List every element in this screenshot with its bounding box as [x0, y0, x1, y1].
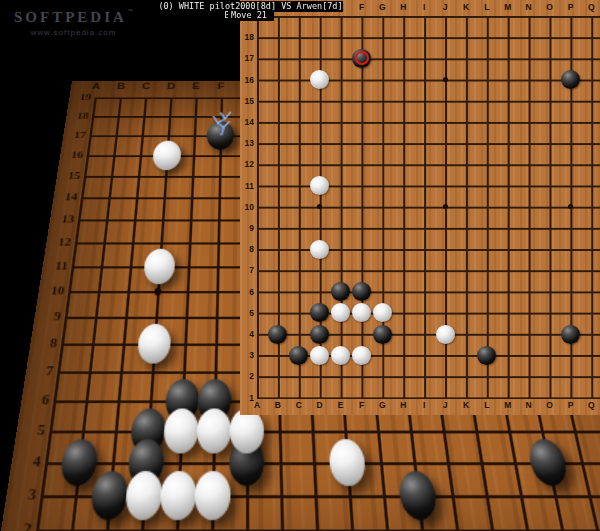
- top-coord-M: M: [501, 2, 515, 12]
- row-coord-5: 5: [240, 308, 254, 318]
- move-counter-line: Move 21: [143, 11, 355, 20]
- stone-white-J4: [436, 325, 455, 344]
- bg-stone-white-F3: [193, 471, 230, 520]
- stone-black-P16: [561, 70, 580, 89]
- top-coord-I: I: [417, 2, 431, 12]
- bg-row-coord-17: 17: [63, 130, 87, 140]
- bg-top-coord-A: A: [88, 82, 105, 91]
- bottom-coord-O: O: [543, 400, 557, 410]
- stone-black-F6: [352, 282, 371, 301]
- bg-stone-white-F5: [195, 408, 230, 453]
- star-point: [443, 204, 448, 209]
- top-coord-F: F: [355, 2, 369, 12]
- bg-row-coord-19: 19: [69, 92, 92, 101]
- bg-row-coord-6: 6: [20, 392, 50, 407]
- softpedia-watermark: SOFTPEDIA™ www.softpedia.com: [14, 8, 133, 37]
- app-screen: ABCDEFGHIJKLMNOPQRS191817161514131211109…: [0, 0, 600, 531]
- star-point: [443, 77, 448, 82]
- row-coord-6: 6: [240, 287, 254, 297]
- stone-black-G4: [373, 325, 392, 344]
- stone-black-D4: [310, 325, 329, 344]
- bg-row-coord-18: 18: [66, 111, 90, 120]
- stone-white-F3: [352, 346, 371, 365]
- row-coord-8: 8: [240, 244, 254, 254]
- top-coord-P: P: [564, 2, 578, 12]
- top-coord-H: H: [396, 2, 410, 12]
- bg-top-coord-E: E: [188, 82, 204, 91]
- top-coord-J: J: [438, 2, 452, 12]
- bg-row-coord-16: 16: [60, 150, 84, 160]
- bg-row-coord-7: 7: [25, 364, 54, 378]
- bg-row-coord-13: 13: [49, 213, 75, 224]
- bg-top-coord-F: F: [213, 82, 229, 91]
- stone-white-E3: [331, 346, 350, 365]
- bg-row-coord-12: 12: [46, 236, 72, 248]
- bg-top-coord-C: C: [138, 82, 155, 91]
- bg-row-coord-9: 9: [34, 310, 62, 323]
- bottom-coord-F: F: [355, 400, 369, 410]
- last-move-sparkle-icon: [210, 109, 234, 137]
- stone-black-L3: [477, 346, 496, 365]
- row-coord-3: 3: [240, 350, 254, 360]
- bottom-coord-M: M: [501, 400, 515, 410]
- row-coord-14: 14: [240, 117, 254, 127]
- bg-row-coord-14: 14: [53, 191, 78, 202]
- bg-row-coord-4: 4: [11, 453, 42, 469]
- bottom-coord-D: D: [313, 400, 327, 410]
- bottom-coord-G: G: [375, 400, 389, 410]
- bg-row-coord-3: 3: [5, 486, 37, 503]
- top-coord-N: N: [522, 2, 536, 12]
- row-coord-7: 7: [240, 265, 254, 275]
- bottom-coord-L: L: [480, 400, 494, 410]
- top-coord-L: L: [480, 2, 494, 12]
- row-coord-15: 15: [240, 96, 254, 106]
- bottom-coord-I: I: [417, 400, 431, 410]
- row-coord-17: 17: [240, 53, 254, 63]
- bottom-coord-N: N: [522, 400, 536, 410]
- row-coord-1: 1: [240, 393, 254, 403]
- bg-top-coord-B: B: [113, 82, 130, 91]
- stone-white-D8: [310, 240, 329, 259]
- main-board-grid[interactable]: [257, 16, 600, 399]
- softpedia-url: www.softpedia.com: [14, 28, 133, 37]
- bg-stone-white-G5: [229, 408, 264, 453]
- stone-white-D3: [310, 346, 329, 365]
- move-counter: Move 21: [228, 10, 270, 21]
- row-coord-18: 18: [240, 32, 254, 42]
- bottom-coord-P: P: [564, 400, 578, 410]
- bg-row-coord-15: 15: [56, 170, 81, 180]
- bottom-coord-Q: Q: [584, 400, 598, 410]
- bg-row-coord-10: 10: [38, 284, 65, 297]
- bottom-coord-J: J: [438, 400, 452, 410]
- row-coord-13: 13: [240, 138, 254, 148]
- bottom-coord-H: H: [396, 400, 410, 410]
- row-coord-16: 16: [240, 75, 254, 85]
- bottom-coord-C: C: [292, 400, 306, 410]
- main-go-board[interactable]: AABBCCDDEEFFGGHHIIJJKKLLMMNNOOPPQQRRSS19…: [240, 0, 600, 415]
- bottom-coord-K: K: [459, 400, 473, 410]
- row-coord-4: 4: [240, 329, 254, 339]
- trademark-symbol: ™: [127, 8, 133, 14]
- bg-row-coord-8: 8: [30, 336, 59, 350]
- top-coord-G: G: [375, 2, 389, 12]
- bg-row-coord-2: 2: [0, 520, 33, 531]
- row-coord-10: 10: [240, 202, 254, 212]
- bottom-coord-E: E: [334, 400, 348, 410]
- row-coord-9: 9: [240, 223, 254, 233]
- row-coord-11: 11: [240, 181, 254, 191]
- bg-row-coord-5: 5: [16, 422, 47, 437]
- bg-row-coord-11: 11: [42, 260, 69, 272]
- star-point: [154, 287, 161, 295]
- top-coord-O: O: [543, 2, 557, 12]
- stone-black-C3: [289, 346, 308, 365]
- softpedia-logo-text: SOFTPEDIA: [14, 9, 127, 25]
- bottom-coord-B: B: [271, 400, 285, 410]
- top-coord-Q: Q: [584, 2, 598, 12]
- stone-black-P4: [561, 325, 580, 344]
- row-coord-12: 12: [240, 159, 254, 169]
- bg-top-coord-D: D: [163, 82, 180, 91]
- last-move-marker: [355, 51, 369, 65]
- row-coord-2: 2: [240, 371, 254, 381]
- top-coord-K: K: [459, 2, 473, 12]
- stone-black-B4: [268, 325, 287, 344]
